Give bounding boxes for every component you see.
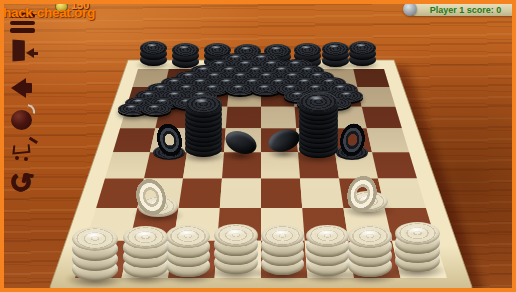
piece-stack-white[interactable]: [306, 225, 349, 276]
piece-stack-white[interactable]: [395, 222, 440, 272]
bomb-button[interactable]: [9, 104, 39, 132]
game-screen: ↺ 150 Player 1 score: 0 hack-cheat.org: [0, 0, 516, 292]
score-hud: Player 1 score: 0: [403, 3, 516, 16]
sound-button[interactable]: [9, 74, 39, 102]
piece-stack-white[interactable]: [214, 224, 258, 274]
piece-ball-icon: [403, 2, 417, 16]
watermark: hack-cheat.org: [3, 5, 95, 20]
piece-stack-white[interactable]: [166, 225, 210, 277]
piece-stack-white[interactable]: [123, 226, 168, 278]
piece-stack-white[interactable]: [348, 225, 392, 277]
undo-arrow-icon: ↺: [6, 166, 41, 200]
piece-stack-black[interactable]: [322, 42, 349, 67]
piece-stack-black[interactable]: [349, 41, 376, 66]
score-text: Player 1 score: 0: [424, 5, 502, 15]
undo-button[interactable]: ↺: [9, 169, 39, 197]
pieces-layer: [0, 0, 516, 292]
piece-tower-black[interactable]: [299, 92, 338, 158]
piece-stack-white[interactable]: [72, 227, 118, 281]
score-pill: Player 1 score: 0: [409, 3, 516, 16]
piece-black-flat[interactable]: [141, 103, 171, 116]
piece-stack-black[interactable]: [172, 43, 199, 68]
piece-tower-black[interactable]: [185, 95, 222, 157]
exit-button[interactable]: [9, 39, 39, 67]
shop-button[interactable]: [9, 136, 39, 164]
piece-stack-white[interactable]: [261, 225, 304, 275]
piece-stack-black[interactable]: [140, 41, 167, 66]
